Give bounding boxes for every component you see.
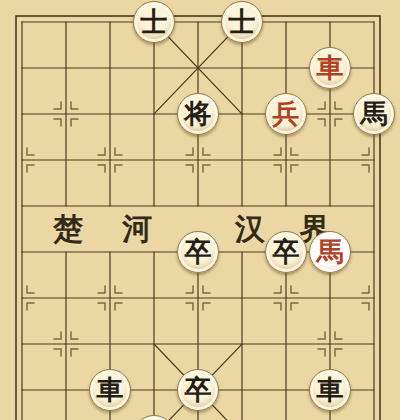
piece-glyph: 車 [97, 376, 124, 404]
piece-glyph: 将 [185, 100, 212, 128]
river-label: 汉 [235, 209, 265, 250]
piece-glyph: 卒 [185, 238, 212, 266]
piece-glyph: 士 [141, 8, 168, 36]
piece-glyph: 卒 [273, 238, 300, 266]
piece-black-horse[interactable]: 馬 [353, 93, 395, 135]
piece-black-advisor[interactable]: 士 [221, 1, 263, 43]
piece-red-chariot[interactable]: 車 [309, 47, 351, 89]
piece-black-soldier[interactable]: 卒 [177, 231, 219, 273]
piece-black-chariot[interactable]: 車 [309, 369, 351, 411]
piece-glyph: 馬 [361, 100, 388, 128]
river-label: 河 [122, 209, 152, 250]
piece-black-chariot[interactable]: 車 [89, 369, 131, 411]
piece-glyph: 卒 [185, 376, 212, 404]
river-label: 楚 [53, 209, 83, 250]
piece-black-soldier[interactable]: 卒 [177, 369, 219, 411]
piece-glyph: 車 [317, 54, 344, 82]
piece-red-soldier[interactable]: 兵 [265, 93, 307, 135]
piece-glyph: 車 [317, 376, 344, 404]
piece-glyph: 士 [229, 8, 256, 36]
piece-black-general[interactable]: 将 [177, 93, 219, 135]
xiangqi-board: 楚河汉界 士士車将兵馬卒卒馬車卒車 [0, 0, 400, 420]
piece-black-soldier[interactable]: 卒 [265, 231, 307, 273]
piece-glyph: 兵 [273, 100, 300, 128]
piece-glyph: 馬 [317, 238, 344, 266]
piece-red-horse[interactable]: 馬 [309, 231, 351, 273]
piece-black-advisor[interactable]: 士 [133, 1, 175, 43]
